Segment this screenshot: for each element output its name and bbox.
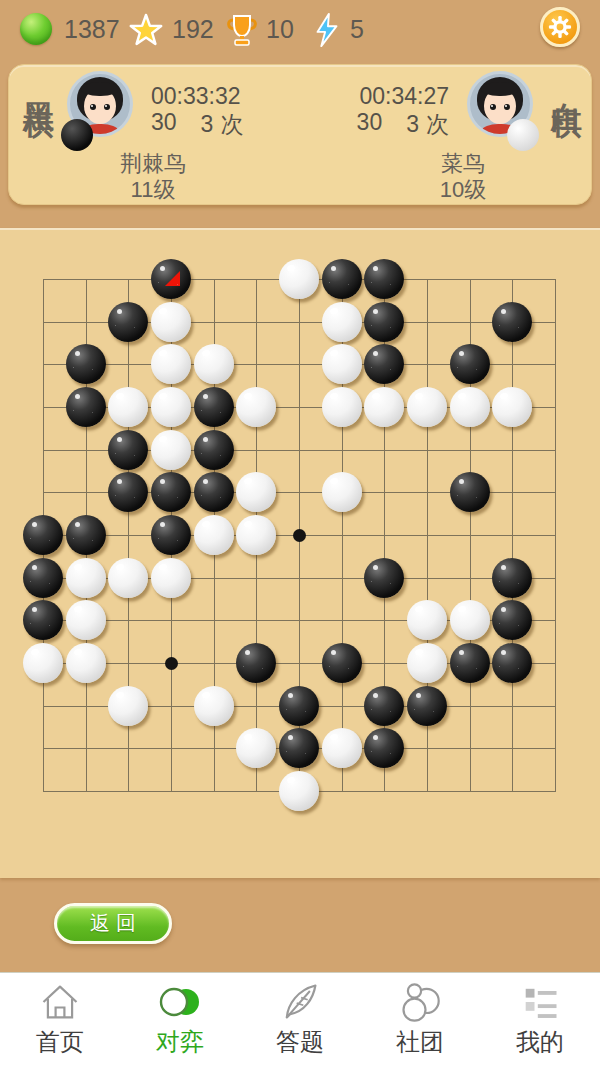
white-stone [279, 771, 319, 811]
home-icon [38, 980, 82, 1024]
black-stone [108, 430, 148, 470]
black-stone [492, 558, 532, 598]
white-stone [151, 344, 191, 384]
byoyomi-seconds: 30 [151, 109, 177, 140]
white-clock: 00:34:27 [359, 83, 449, 110]
grid-line [512, 279, 513, 792]
white-stone [151, 387, 191, 427]
white-stone [322, 344, 362, 384]
black-stone [23, 600, 63, 640]
black-clock: 00:33:32 [151, 83, 241, 110]
byoyomi-periods: 3次 [406, 109, 449, 140]
black-stone [23, 558, 63, 598]
black-stone [66, 344, 106, 384]
trophy-icon [222, 8, 262, 52]
white-stone [236, 472, 276, 512]
byoyomi-periods: 3次 [201, 109, 244, 140]
white-stone [407, 643, 447, 683]
trophies-value: 10 [266, 15, 294, 44]
settings-button[interactable] [540, 7, 580, 47]
white-stone [236, 728, 276, 768]
black-stone [322, 259, 362, 299]
black-stone [108, 472, 148, 512]
white-player-rank: 10级 [393, 175, 533, 205]
white-stone [364, 387, 404, 427]
white-stone [322, 302, 362, 342]
grid-line [555, 279, 556, 792]
rating-ball-icon [20, 13, 52, 45]
black-byoyomi: 30 3次 [151, 109, 243, 140]
go-stones-icon [158, 980, 202, 1024]
black-stone [364, 728, 404, 768]
bottom-nav: 首页 对弈 答题 社团 [0, 972, 600, 1067]
star-point [165, 657, 178, 670]
status-bar: 1387 192 10 5 [0, 0, 600, 62]
black-stone [279, 686, 319, 726]
nav-tab-profile[interactable]: 我的 [480, 973, 600, 1067]
player-panel: 黑棋 00:33:32 30 3次 荆棘鸟 11级 00:34:27 30 3次 [8, 64, 592, 205]
black-stone [364, 686, 404, 726]
black-stone [322, 643, 362, 683]
white-stone [322, 387, 362, 427]
black-stone [364, 558, 404, 598]
white-stone [151, 302, 191, 342]
white-stone [108, 558, 148, 598]
avatar-eye [104, 104, 110, 110]
black-stone [450, 643, 490, 683]
black-stone [492, 600, 532, 640]
black-stone [151, 472, 191, 512]
rating-value: 1387 [64, 15, 120, 44]
energy-value: 5 [350, 15, 364, 44]
white-stone [108, 387, 148, 427]
avatar-fringe [481, 82, 519, 96]
white-stone [194, 515, 234, 555]
white-stone [194, 344, 234, 384]
avatar-eye [490, 104, 496, 110]
black-stone [66, 515, 106, 555]
black-stone [66, 387, 106, 427]
nav-tab-club[interactable]: 社团 [360, 973, 480, 1067]
star-point [293, 529, 306, 542]
byoyomi-seconds: 30 [357, 109, 383, 140]
black-stone [364, 259, 404, 299]
black-stone [492, 302, 532, 342]
black-stone [364, 302, 404, 342]
black-stone [450, 344, 490, 384]
black-stone [194, 430, 234, 470]
nav-label-home: 首页 [36, 1026, 84, 1058]
black-stone [236, 643, 276, 683]
avatar-fringe [81, 82, 119, 96]
white-stone [450, 600, 490, 640]
white-stone [151, 558, 191, 598]
avatar-eye [504, 104, 510, 110]
black-stone [450, 472, 490, 512]
lightning-icon [308, 9, 346, 51]
white-stone [407, 600, 447, 640]
feather-icon [278, 980, 322, 1024]
black-stone [151, 259, 191, 299]
white-stone [322, 472, 362, 512]
star-icon [126, 8, 166, 52]
nav-label-mine: 社团 [396, 1026, 444, 1058]
black-stone [194, 472, 234, 512]
nav-label-play: 对弈 [156, 1026, 204, 1058]
gear-icon [543, 10, 577, 44]
black-stone [407, 686, 447, 726]
black-stone [492, 643, 532, 683]
stars-value: 192 [172, 15, 214, 44]
white-stone [66, 600, 106, 640]
go-board-grid[interactable] [43, 279, 555, 791]
black-stone [279, 728, 319, 768]
white-stone [236, 387, 276, 427]
white-stone [151, 430, 191, 470]
board-area [0, 228, 600, 878]
nav-tab-play[interactable]: 对弈 [120, 973, 240, 1067]
white-stone [236, 515, 276, 555]
white-stone [279, 259, 319, 299]
black-stone [23, 515, 63, 555]
black-stone-badge [61, 119, 93, 151]
black-side-label: 黑棋 [21, 78, 55, 88]
black-stone [194, 387, 234, 427]
avatar-eye [90, 104, 96, 110]
black-stone [364, 344, 404, 384]
white-stone [66, 643, 106, 683]
white-stone [322, 728, 362, 768]
list-icon [518, 980, 562, 1024]
white-stone [450, 387, 490, 427]
white-stone [407, 387, 447, 427]
white-stone [492, 387, 532, 427]
white-side-label: 白棋 [549, 78, 583, 88]
back-button[interactable]: 返回 [54, 903, 172, 944]
white-stone [66, 558, 106, 598]
white-stone-badge [507, 119, 539, 151]
app-screen: 1387 192 10 5 [0, 0, 600, 1067]
white-byoyomi: 30 3次 [357, 109, 449, 140]
black-stone [151, 515, 191, 555]
people-icon [398, 980, 442, 1024]
nav-tab-home[interactable]: 首页 [0, 973, 120, 1067]
last-move-marker [165, 271, 180, 286]
nav-label-quiz: 答题 [276, 1026, 324, 1058]
nav-label-profile: 我的 [516, 1026, 564, 1058]
nav-tab-quiz[interactable]: 答题 [240, 973, 360, 1067]
white-stone [23, 643, 63, 683]
white-stone [194, 686, 234, 726]
black-stone [108, 302, 148, 342]
black-player-rank: 11级 [83, 175, 223, 205]
white-stone [108, 686, 148, 726]
